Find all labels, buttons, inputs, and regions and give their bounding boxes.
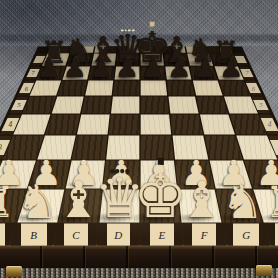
square-e5[interactable]	[140, 96, 170, 114]
square-c5[interactable]	[81, 96, 113, 114]
black-pawn-h7[interactable]: ♟	[219, 55, 243, 82]
black-pawn-d7[interactable]: ♟	[115, 55, 139, 82]
black-pawn-b7[interactable]: ♟	[63, 55, 87, 82]
white-rook-h1[interactable]: ♜	[265, 181, 278, 224]
square-e4[interactable]	[140, 114, 172, 135]
brass-clasp-left	[6, 266, 22, 277]
brass-clasp-right	[256, 265, 272, 276]
board-front-edge	[0, 246, 278, 268]
black-pawn-e7[interactable]: ♟	[141, 55, 165, 82]
photo-of-chess-set: 7766554433BCDEFG♜♞♝♛♚♝♞♜♟♟♟♟♟♟♟♟♟♟♟♟♟♟♟♟…	[0, 0, 278, 278]
black-pawn-a7[interactable]: ♟	[37, 55, 61, 82]
square-c4[interactable]	[76, 114, 110, 135]
square-f5[interactable]	[168, 96, 200, 114]
black-pawn-c7[interactable]: ♟	[89, 55, 113, 82]
black-queen-crown-balls	[120, 29, 135, 32]
white-queen-crown-balls	[110, 168, 130, 172]
black-pawn-g7[interactable]: ♟	[193, 55, 217, 82]
square-f4[interactable]	[170, 114, 204, 135]
mesh-texture-strip	[0, 268, 278, 278]
white-king-finial	[157, 158, 164, 165]
square-d5[interactable]	[110, 96, 140, 114]
square-d4[interactable]	[108, 114, 140, 135]
black-pawn-f7[interactable]: ♟	[167, 55, 191, 82]
white-knight-g1[interactable]: ♞	[222, 178, 264, 225]
black-king-finial	[150, 22, 155, 27]
